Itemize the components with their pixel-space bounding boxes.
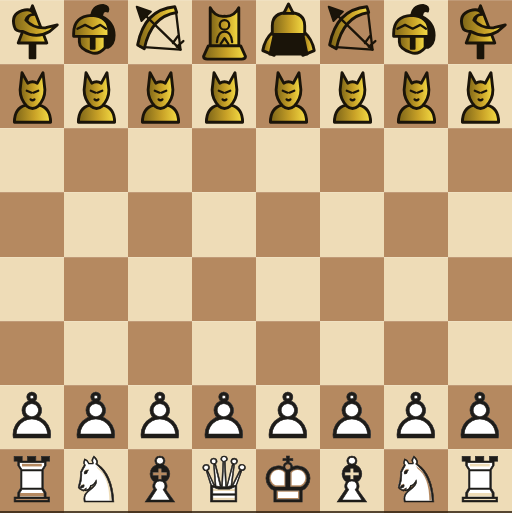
- square-e4[interactable]: [256, 257, 320, 321]
- square-d7[interactable]: [192, 64, 256, 128]
- piece-black-pawn[interactable]: [192, 64, 256, 128]
- square-a5[interactable]: [0, 192, 64, 256]
- square-e1[interactable]: ♚♔: [256, 449, 320, 513]
- piece-white-pawn[interactable]: ♟♙: [64, 385, 128, 449]
- white-pawn-outline-glyph: ♙: [384, 385, 448, 449]
- square-b4[interactable]: [64, 257, 128, 321]
- piece-black-bishop[interactable]: [128, 0, 192, 64]
- square-g4[interactable]: [384, 257, 448, 321]
- goblin-bust-icon: [258, 66, 319, 127]
- white-pawn-outline-glyph: ♙: [256, 385, 320, 449]
- square-c7[interactable]: [128, 64, 192, 128]
- goblin-bust-icon: [386, 66, 447, 127]
- square-h3[interactable]: [448, 321, 512, 385]
- piece-white-rook[interactable]: ♜♖: [448, 449, 512, 513]
- square-g6[interactable]: [384, 128, 448, 192]
- piece-white-knight[interactable]: ♞♘: [384, 449, 448, 513]
- square-h6[interactable]: [448, 128, 512, 192]
- white-bishop-outline-glyph: ♗: [320, 449, 384, 513]
- square-a3[interactable]: [0, 321, 64, 385]
- square-f7[interactable]: [320, 64, 384, 128]
- piece-black-bishop[interactable]: [320, 0, 384, 64]
- square-h1[interactable]: ♜♖: [448, 449, 512, 513]
- piece-black-pawn[interactable]: [64, 64, 128, 128]
- tower-guardian-icon: [194, 2, 255, 63]
- square-c1[interactable]: ♝♗: [128, 449, 192, 513]
- piece-white-bishop[interactable]: ♝♗: [320, 449, 384, 513]
- square-a4[interactable]: [0, 257, 64, 321]
- square-g3[interactable]: [384, 321, 448, 385]
- chess-board: ♟♙♟♙♟♙♟♙♟♙♟♙♟♙♟♙♜♖♞♘♝♗♛♕♚♔♝♗♞♘♜♖: [0, 0, 512, 513]
- white-knight-outline-glyph: ♘: [384, 449, 448, 513]
- square-g1[interactable]: ♞♘: [384, 449, 448, 513]
- square-h7[interactable]: [448, 64, 512, 128]
- square-a1[interactable]: ♜♖: [0, 449, 64, 513]
- square-f3[interactable]: [320, 321, 384, 385]
- white-pawn-outline-glyph: ♙: [128, 385, 192, 449]
- square-e6[interactable]: [256, 128, 320, 192]
- piece-white-pawn[interactable]: ♟♙: [320, 385, 384, 449]
- piece-black-pawn[interactable]: [448, 64, 512, 128]
- bow-arrow-icon: [130, 2, 191, 63]
- piece-black-king[interactable]: [256, 0, 320, 64]
- square-e3[interactable]: [256, 321, 320, 385]
- piece-black-pawn[interactable]: [384, 64, 448, 128]
- square-c3[interactable]: [128, 321, 192, 385]
- square-c6[interactable]: [128, 128, 192, 192]
- piece-black-rook[interactable]: [0, 0, 64, 64]
- white-bishop-outline-glyph: ♗: [128, 449, 192, 513]
- piece-black-rook[interactable]: [448, 0, 512, 64]
- square-f1[interactable]: ♝♗: [320, 449, 384, 513]
- square-f5[interactable]: [320, 192, 384, 256]
- white-king-outline-glyph: ♔: [256, 449, 320, 513]
- piece-black-pawn[interactable]: [256, 64, 320, 128]
- square-a7[interactable]: [0, 64, 64, 128]
- goblin-bust-icon: [194, 66, 255, 127]
- plumed-helm-icon: [386, 2, 447, 63]
- square-a2[interactable]: ♟♙: [0, 385, 64, 449]
- piece-white-pawn[interactable]: ♟♙: [192, 385, 256, 449]
- white-rook-outline-glyph: ♖: [448, 449, 512, 513]
- piece-white-pawn[interactable]: ♟♙: [448, 385, 512, 449]
- square-d6[interactable]: [192, 128, 256, 192]
- kabuto-helm-icon: [258, 2, 319, 63]
- white-pawn-outline-glyph: ♙: [64, 385, 128, 449]
- plumed-helm-icon: [66, 2, 127, 63]
- white-knight-outline-glyph: ♘: [64, 449, 128, 513]
- square-b7[interactable]: [64, 64, 128, 128]
- square-f8[interactable]: [320, 0, 384, 64]
- white-pawn-outline-glyph: ♙: [0, 385, 64, 449]
- piece-white-pawn[interactable]: ♟♙: [256, 385, 320, 449]
- spear-banner-icon: [450, 2, 511, 63]
- square-b2[interactable]: ♟♙: [64, 385, 128, 449]
- white-pawn-outline-glyph: ♙: [320, 385, 384, 449]
- square-d1[interactable]: ♛♕: [192, 449, 256, 513]
- square-b1[interactable]: ♞♘: [64, 449, 128, 513]
- square-g7[interactable]: [384, 64, 448, 128]
- square-b8[interactable]: [64, 0, 128, 64]
- goblin-bust-icon: [66, 66, 127, 127]
- square-g8[interactable]: [384, 0, 448, 64]
- square-f6[interactable]: [320, 128, 384, 192]
- white-queen-outline-glyph: ♕: [192, 449, 256, 513]
- square-e8[interactable]: [256, 0, 320, 64]
- piece-white-rook[interactable]: ♜♖: [0, 449, 64, 513]
- piece-white-pawn[interactable]: ♟♙: [128, 385, 192, 449]
- goblin-bust-icon: [450, 66, 511, 127]
- square-h4[interactable]: [448, 257, 512, 321]
- square-h8[interactable]: [448, 0, 512, 64]
- goblin-bust-icon: [322, 66, 383, 127]
- square-e2[interactable]: ♟♙: [256, 385, 320, 449]
- piece-white-queen[interactable]: ♛♕: [192, 449, 256, 513]
- piece-white-pawn[interactable]: ♟♙: [0, 385, 64, 449]
- piece-black-knight[interactable]: [64, 0, 128, 64]
- piece-black-knight[interactable]: [384, 0, 448, 64]
- piece-black-pawn[interactable]: [128, 64, 192, 128]
- piece-black-queen[interactable]: [192, 0, 256, 64]
- square-d8[interactable]: [192, 0, 256, 64]
- square-d4[interactable]: [192, 257, 256, 321]
- square-a6[interactable]: [0, 128, 64, 192]
- square-d3[interactable]: [192, 321, 256, 385]
- square-d2[interactable]: ♟♙: [192, 385, 256, 449]
- goblin-bust-icon: [130, 66, 191, 127]
- square-b5[interactable]: [64, 192, 128, 256]
- square-f2[interactable]: ♟♙: [320, 385, 384, 449]
- spear-banner-icon: [2, 2, 63, 63]
- piece-white-pawn[interactable]: ♟♙: [384, 385, 448, 449]
- piece-white-bishop[interactable]: ♝♗: [128, 449, 192, 513]
- square-b3[interactable]: [64, 321, 128, 385]
- square-a8[interactable]: [0, 0, 64, 64]
- piece-white-king[interactable]: ♚♔: [256, 449, 320, 513]
- white-rook-outline-glyph: ♖: [0, 449, 64, 513]
- square-c8[interactable]: [128, 0, 192, 64]
- piece-black-pawn[interactable]: [320, 64, 384, 128]
- square-b6[interactable]: [64, 128, 128, 192]
- square-e5[interactable]: [256, 192, 320, 256]
- square-c2[interactable]: ♟♙: [128, 385, 192, 449]
- square-g2[interactable]: ♟♙: [384, 385, 448, 449]
- white-pawn-outline-glyph: ♙: [192, 385, 256, 449]
- square-g5[interactable]: [384, 192, 448, 256]
- goblin-bust-icon: [2, 66, 63, 127]
- square-c5[interactable]: [128, 192, 192, 256]
- square-c4[interactable]: [128, 257, 192, 321]
- square-h2[interactable]: ♟♙: [448, 385, 512, 449]
- piece-black-pawn[interactable]: [0, 64, 64, 128]
- white-pawn-outline-glyph: ♙: [448, 385, 512, 449]
- bow-arrow-icon: [322, 2, 383, 63]
- square-h5[interactable]: [448, 192, 512, 256]
- square-f4[interactable]: [320, 257, 384, 321]
- piece-white-knight[interactable]: ♞♘: [64, 449, 128, 513]
- square-d5[interactable]: [192, 192, 256, 256]
- square-e7[interactable]: [256, 64, 320, 128]
